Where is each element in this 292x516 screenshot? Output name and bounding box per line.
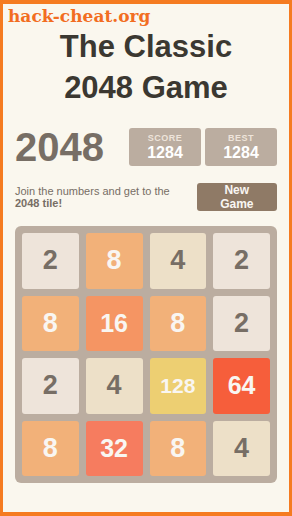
tile-2: 2 bbox=[22, 233, 79, 289]
sub-header: Join the numbers and get to the 2048 til… bbox=[15, 183, 277, 211]
tile-8: 8 bbox=[150, 296, 207, 352]
instruction-prefix: Join the numbers and get to the bbox=[15, 185, 170, 197]
score-box: SCORE 1284 bbox=[129, 128, 201, 166]
instruction-text: Join the numbers and get to the 2048 til… bbox=[15, 185, 197, 209]
score-value: 1284 bbox=[147, 144, 183, 162]
game-header: 2048 SCORE 1284 BEST 1284 bbox=[15, 126, 277, 168]
watermark: hack-cheat.org bbox=[8, 6, 150, 26]
score-label: SCORE bbox=[148, 133, 183, 144]
tile-4: 4 bbox=[86, 358, 143, 414]
score-panel: SCORE 1284 BEST 1284 bbox=[129, 128, 277, 166]
tile-32: 32 bbox=[86, 421, 143, 477]
tile-4: 4 bbox=[213, 421, 270, 477]
tile-8: 8 bbox=[22, 421, 79, 477]
best-value: 1284 bbox=[223, 144, 259, 162]
tile-8: 8 bbox=[150, 421, 207, 477]
page-title-line2: 2048 Game bbox=[3, 67, 289, 108]
tile-64: 64 bbox=[213, 358, 270, 414]
new-game-button[interactable]: New Game bbox=[197, 183, 277, 211]
tile-16: 16 bbox=[86, 296, 143, 352]
app-frame: hack-cheat.org The Classic 2048 Game 204… bbox=[0, 0, 292, 516]
tile-8: 8 bbox=[86, 233, 143, 289]
best-box: BEST 1284 bbox=[205, 128, 277, 166]
tile-128: 128 bbox=[150, 358, 207, 414]
page-title: The Classic 2048 Game bbox=[3, 26, 289, 108]
page-title-line1: The Classic bbox=[3, 26, 289, 67]
tile-2: 2 bbox=[213, 233, 270, 289]
tile-2: 2 bbox=[22, 358, 79, 414]
game-board[interactable]: 284281682241286483284 bbox=[15, 226, 277, 483]
game-logo: 2048 bbox=[15, 126, 104, 168]
tile-4: 4 bbox=[150, 233, 207, 289]
tile-2: 2 bbox=[213, 296, 270, 352]
instruction-goal: 2048 tile! bbox=[15, 197, 62, 209]
best-label: BEST bbox=[228, 133, 254, 144]
tile-8: 8 bbox=[22, 296, 79, 352]
